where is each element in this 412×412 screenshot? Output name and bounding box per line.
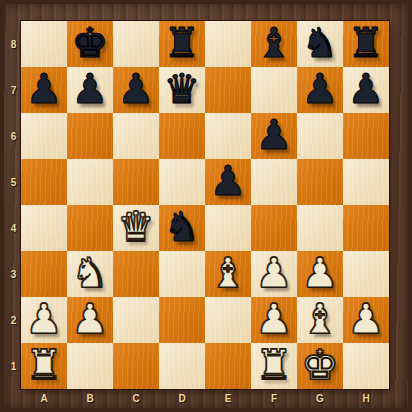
square-d3[interactable] <box>159 251 205 297</box>
square-c1[interactable] <box>113 343 159 389</box>
square-c8[interactable] <box>113 21 159 67</box>
white-pawn-piece[interactable]: ♟ <box>297 250 343 296</box>
square-d2[interactable] <box>159 297 205 343</box>
white-bishop-piece[interactable]: ♝ <box>297 296 343 342</box>
square-c2[interactable] <box>113 297 159 343</box>
white-knight-piece[interactable]: ♞ <box>67 250 113 296</box>
square-d4[interactable]: ♞ <box>159 205 205 251</box>
rank-label-4: 4 <box>5 205 22 251</box>
square-a7[interactable]: ♟ <box>21 67 67 113</box>
white-rook-piece[interactable]: ♜ <box>251 342 297 388</box>
square-c4[interactable]: ♛ <box>113 205 159 251</box>
square-d1[interactable] <box>159 343 205 389</box>
rank-label-2: 2 <box>5 297 22 343</box>
square-b7[interactable]: ♟ <box>67 67 113 113</box>
square-b5[interactable] <box>67 159 113 205</box>
square-f5[interactable] <box>251 159 297 205</box>
square-f3[interactable]: ♟ <box>251 251 297 297</box>
square-g2[interactable]: ♝ <box>297 297 343 343</box>
black-pawn-piece[interactable]: ♟ <box>205 158 251 204</box>
square-h3[interactable] <box>343 251 389 297</box>
square-a8[interactable] <box>21 21 67 67</box>
square-e8[interactable] <box>205 21 251 67</box>
file-label-g: G <box>297 390 343 407</box>
square-e6[interactable] <box>205 113 251 159</box>
square-c6[interactable] <box>113 113 159 159</box>
square-b3[interactable]: ♞ <box>67 251 113 297</box>
white-rook-piece[interactable]: ♜ <box>21 342 67 388</box>
file-label-h: H <box>343 390 389 407</box>
square-b1[interactable] <box>67 343 113 389</box>
rank-label-1: 1 <box>5 343 22 389</box>
square-f4[interactable] <box>251 205 297 251</box>
square-a5[interactable] <box>21 159 67 205</box>
square-f8[interactable]: ♝ <box>251 21 297 67</box>
chess-board: ♚♜♝♞♜♟♟♟♛♟♟♟♟♛♞♞♝♟♟♟♟♟♝♟♜♜♚ <box>21 21 389 389</box>
white-bishop-piece[interactable]: ♝ <box>205 250 251 296</box>
square-d5[interactable] <box>159 159 205 205</box>
rank-label-6: 6 <box>5 113 22 159</box>
square-a2[interactable]: ♟ <box>21 297 67 343</box>
black-knight-piece[interactable]: ♞ <box>297 20 343 66</box>
square-g8[interactable]: ♞ <box>297 21 343 67</box>
square-h8[interactable]: ♜ <box>343 21 389 67</box>
file-label-f: F <box>251 390 297 407</box>
rank-label-3: 3 <box>5 251 22 297</box>
black-rook-piece[interactable]: ♜ <box>159 20 205 66</box>
square-h1[interactable] <box>343 343 389 389</box>
square-g4[interactable] <box>297 205 343 251</box>
square-g6[interactable] <box>297 113 343 159</box>
file-label-a: A <box>21 390 67 407</box>
black-pawn-piece[interactable]: ♟ <box>297 66 343 112</box>
square-f2[interactable]: ♟ <box>251 297 297 343</box>
square-e4[interactable] <box>205 205 251 251</box>
black-queen-piece[interactable]: ♛ <box>159 66 205 112</box>
black-rook-piece[interactable]: ♜ <box>343 20 389 66</box>
square-b6[interactable] <box>67 113 113 159</box>
square-g3[interactable]: ♟ <box>297 251 343 297</box>
square-d6[interactable] <box>159 113 205 159</box>
white-king-piece[interactable]: ♚ <box>297 342 343 388</box>
file-label-b: B <box>67 390 113 407</box>
file-label-d: D <box>159 390 205 407</box>
white-queen-piece[interactable]: ♛ <box>113 204 159 250</box>
white-pawn-piece[interactable]: ♟ <box>67 296 113 342</box>
square-b8[interactable]: ♚ <box>67 21 113 67</box>
file-label-e: E <box>205 390 251 407</box>
square-h5[interactable] <box>343 159 389 205</box>
white-pawn-piece[interactable]: ♟ <box>251 250 297 296</box>
black-bishop-piece[interactable]: ♝ <box>251 20 297 66</box>
chess-app: ♚♜♝♞♜♟♟♟♛♟♟♟♟♛♞♞♝♟♟♟♟♟♝♟♜♜♚ 87654321 ABC… <box>0 0 412 412</box>
square-h6[interactable] <box>343 113 389 159</box>
black-pawn-piece[interactable]: ♟ <box>343 66 389 112</box>
square-h2[interactable]: ♟ <box>343 297 389 343</box>
square-c3[interactable] <box>113 251 159 297</box>
file-label-c: C <box>113 390 159 407</box>
square-b2[interactable]: ♟ <box>67 297 113 343</box>
square-c7[interactable]: ♟ <box>113 67 159 113</box>
square-a3[interactable] <box>21 251 67 297</box>
square-g1[interactable]: ♚ <box>297 343 343 389</box>
square-e7[interactable] <box>205 67 251 113</box>
square-e3[interactable]: ♝ <box>205 251 251 297</box>
square-g7[interactable]: ♟ <box>297 67 343 113</box>
square-h4[interactable] <box>343 205 389 251</box>
black-knight-piece[interactable]: ♞ <box>159 204 205 250</box>
black-pawn-piece[interactable]: ♟ <box>21 66 67 112</box>
black-king-piece[interactable]: ♚ <box>67 20 113 66</box>
square-f7[interactable] <box>251 67 297 113</box>
white-pawn-piece[interactable]: ♟ <box>21 296 67 342</box>
white-pawn-piece[interactable]: ♟ <box>343 296 389 342</box>
black-pawn-piece[interactable]: ♟ <box>251 112 297 158</box>
rank-label-5: 5 <box>5 159 22 205</box>
square-a6[interactable] <box>21 113 67 159</box>
square-h7[interactable]: ♟ <box>343 67 389 113</box>
black-pawn-piece[interactable]: ♟ <box>67 66 113 112</box>
black-pawn-piece[interactable]: ♟ <box>113 66 159 112</box>
square-d7[interactable]: ♛ <box>159 67 205 113</box>
square-f1[interactable]: ♜ <box>251 343 297 389</box>
rank-label-7: 7 <box>5 67 22 113</box>
square-e2[interactable] <box>205 297 251 343</box>
square-g5[interactable] <box>297 159 343 205</box>
square-f6[interactable]: ♟ <box>251 113 297 159</box>
square-c5[interactable] <box>113 159 159 205</box>
square-e1[interactable] <box>205 343 251 389</box>
white-pawn-piece[interactable]: ♟ <box>251 296 297 342</box>
square-d8[interactable]: ♜ <box>159 21 205 67</box>
rank-label-8: 8 <box>5 21 22 67</box>
square-b4[interactable] <box>67 205 113 251</box>
square-a4[interactable] <box>21 205 67 251</box>
square-e5[interactable]: ♟ <box>205 159 251 205</box>
square-a1[interactable]: ♜ <box>21 343 67 389</box>
